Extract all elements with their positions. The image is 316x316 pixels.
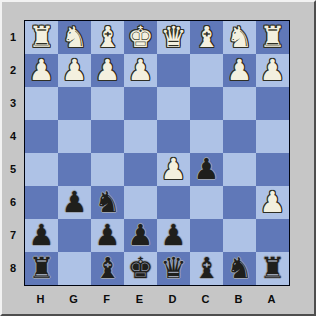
- white-knight-b1[interactable]: ♞: [227, 21, 253, 54]
- square-h8[interactable]: ♜: [25, 252, 58, 285]
- square-g2[interactable]: ♟: [58, 54, 91, 87]
- rank-label-7: 7: [4, 219, 22, 252]
- rank-label-1: 1: [4, 21, 22, 54]
- black-bishop-c8[interactable]: ♝: [194, 252, 220, 285]
- white-rook-a1[interactable]: ♜: [260, 21, 286, 54]
- square-c5[interactable]: ♟: [190, 153, 223, 186]
- square-f6[interactable]: ♞: [91, 186, 124, 219]
- file-label-c: C: [189, 290, 222, 308]
- square-b2[interactable]: ♟: [223, 54, 256, 87]
- black-pawn-h7[interactable]: ♟: [29, 219, 55, 252]
- rank-label-4: 4: [4, 120, 22, 153]
- square-a3[interactable]: [256, 87, 289, 120]
- square-e2[interactable]: ♟: [124, 54, 157, 87]
- square-d8[interactable]: ♛: [157, 252, 190, 285]
- black-rook-h8[interactable]: ♜: [29, 252, 55, 285]
- black-pawn-e7[interactable]: ♟: [128, 219, 154, 252]
- black-queen-d8[interactable]: ♛: [161, 252, 187, 285]
- white-bishop-c1[interactable]: ♝: [194, 21, 220, 54]
- square-b8[interactable]: ♞: [223, 252, 256, 285]
- black-pawn-c5[interactable]: ♟: [194, 153, 220, 186]
- square-e3[interactable]: [124, 87, 157, 120]
- rank-label-3: 3: [4, 87, 22, 120]
- square-g3[interactable]: [58, 87, 91, 120]
- square-b6[interactable]: [223, 186, 256, 219]
- square-e1[interactable]: ♚: [124, 21, 157, 54]
- square-d7[interactable]: ♟: [157, 219, 190, 252]
- square-d3[interactable]: [157, 87, 190, 120]
- square-h2[interactable]: ♟: [25, 54, 58, 87]
- square-g4[interactable]: [58, 120, 91, 153]
- black-rook-a8[interactable]: ♜: [260, 252, 286, 285]
- rank-label-5: 5: [4, 153, 22, 186]
- square-e6[interactable]: [124, 186, 157, 219]
- square-h6[interactable]: [25, 186, 58, 219]
- square-a4[interactable]: [256, 120, 289, 153]
- black-pawn-g6[interactable]: ♟: [62, 186, 88, 219]
- file-label-b: B: [222, 290, 255, 308]
- square-g8[interactable]: [58, 252, 91, 285]
- square-c8[interactable]: ♝: [190, 252, 223, 285]
- black-knight-f6[interactable]: ♞: [95, 186, 121, 219]
- white-pawn-b2[interactable]: ♟: [227, 54, 253, 87]
- square-e4[interactable]: [124, 120, 157, 153]
- square-h7[interactable]: ♟: [25, 219, 58, 252]
- black-knight-b8[interactable]: ♞: [227, 252, 253, 285]
- white-pawn-h2[interactable]: ♟: [29, 54, 55, 87]
- square-b1[interactable]: ♞: [223, 21, 256, 54]
- chess-board: ♜♞♝♚♛♝♞♜♟♟♟♟♟♟♟♟♟♞♟♟♟♟♟♜♝♚♛♝♞♜: [24, 20, 290, 286]
- square-b4[interactable]: [223, 120, 256, 153]
- square-f1[interactable]: ♝: [91, 21, 124, 54]
- square-c7[interactable]: [190, 219, 223, 252]
- square-f3[interactable]: [91, 87, 124, 120]
- file-label-h: H: [24, 290, 57, 308]
- white-bishop-f1[interactable]: ♝: [95, 21, 121, 54]
- square-b5[interactable]: [223, 153, 256, 186]
- white-rook-h1[interactable]: ♜: [29, 21, 55, 54]
- square-c3[interactable]: [190, 87, 223, 120]
- square-e8[interactable]: ♚: [124, 252, 157, 285]
- square-h3[interactable]: [25, 87, 58, 120]
- square-f8[interactable]: ♝: [91, 252, 124, 285]
- rank-labels: 12345678: [4, 21, 22, 285]
- square-h5[interactable]: [25, 153, 58, 186]
- square-a2[interactable]: ♟: [256, 54, 289, 87]
- white-pawn-a6[interactable]: ♟: [260, 186, 286, 219]
- white-pawn-d5[interactable]: ♟: [161, 153, 187, 186]
- file-label-g: G: [57, 290, 90, 308]
- square-g1[interactable]: ♞: [58, 21, 91, 54]
- square-h4[interactable]: [25, 120, 58, 153]
- file-label-e: E: [123, 290, 156, 308]
- file-label-d: D: [156, 290, 189, 308]
- square-e5[interactable]: [124, 153, 157, 186]
- square-a8[interactable]: ♜: [256, 252, 289, 285]
- square-c1[interactable]: ♝: [190, 21, 223, 54]
- square-a1[interactable]: ♜: [256, 21, 289, 54]
- square-c6[interactable]: [190, 186, 223, 219]
- square-d4[interactable]: [157, 120, 190, 153]
- square-a6[interactable]: ♟: [256, 186, 289, 219]
- black-pawn-d7[interactable]: ♟: [161, 219, 187, 252]
- rank-label-2: 2: [4, 54, 22, 87]
- square-h1[interactable]: ♜: [25, 21, 58, 54]
- black-king-e8[interactable]: ♚: [128, 252, 154, 285]
- rank-label-8: 8: [4, 252, 22, 285]
- white-pawn-f2[interactable]: ♟: [95, 54, 121, 87]
- square-b3[interactable]: [223, 87, 256, 120]
- white-king-e1[interactable]: ♚: [128, 21, 154, 54]
- square-d1[interactable]: ♛: [157, 21, 190, 54]
- square-b7[interactable]: [223, 219, 256, 252]
- file-label-a: A: [255, 290, 288, 308]
- black-bishop-f8[interactable]: ♝: [95, 252, 121, 285]
- square-g6[interactable]: ♟: [58, 186, 91, 219]
- chess-board-window: 12345678 ♜♞♝♚♛♝♞♜♟♟♟♟♟♟♟♟♟♞♟♟♟♟♟♜♝♚♛♝♞♜ …: [0, 0, 316, 316]
- square-f2[interactable]: ♟: [91, 54, 124, 87]
- square-f4[interactable]: [91, 120, 124, 153]
- square-g5[interactable]: [58, 153, 91, 186]
- white-pawn-a2[interactable]: ♟: [260, 54, 286, 87]
- square-g7[interactable]: [58, 219, 91, 252]
- square-d2[interactable]: [157, 54, 190, 87]
- square-f5[interactable]: [91, 153, 124, 186]
- square-a7[interactable]: [256, 219, 289, 252]
- square-c4[interactable]: [190, 120, 223, 153]
- square-c2[interactable]: [190, 54, 223, 87]
- white-pawn-g2[interactable]: ♟: [62, 54, 88, 87]
- white-queen-d1[interactable]: ♛: [161, 21, 187, 54]
- square-d5[interactable]: ♟: [157, 153, 190, 186]
- white-pawn-e2[interactable]: ♟: [128, 54, 154, 87]
- square-f7[interactable]: ♟: [91, 219, 124, 252]
- square-d6[interactable]: [157, 186, 190, 219]
- rank-label-6: 6: [4, 186, 22, 219]
- white-knight-g1[interactable]: ♞: [62, 21, 88, 54]
- file-label-f: F: [90, 290, 123, 308]
- square-e7[interactable]: ♟: [124, 219, 157, 252]
- black-pawn-f7[interactable]: ♟: [95, 219, 121, 252]
- square-a5[interactable]: [256, 153, 289, 186]
- file-labels: HGFEDCBA: [24, 290, 288, 310]
